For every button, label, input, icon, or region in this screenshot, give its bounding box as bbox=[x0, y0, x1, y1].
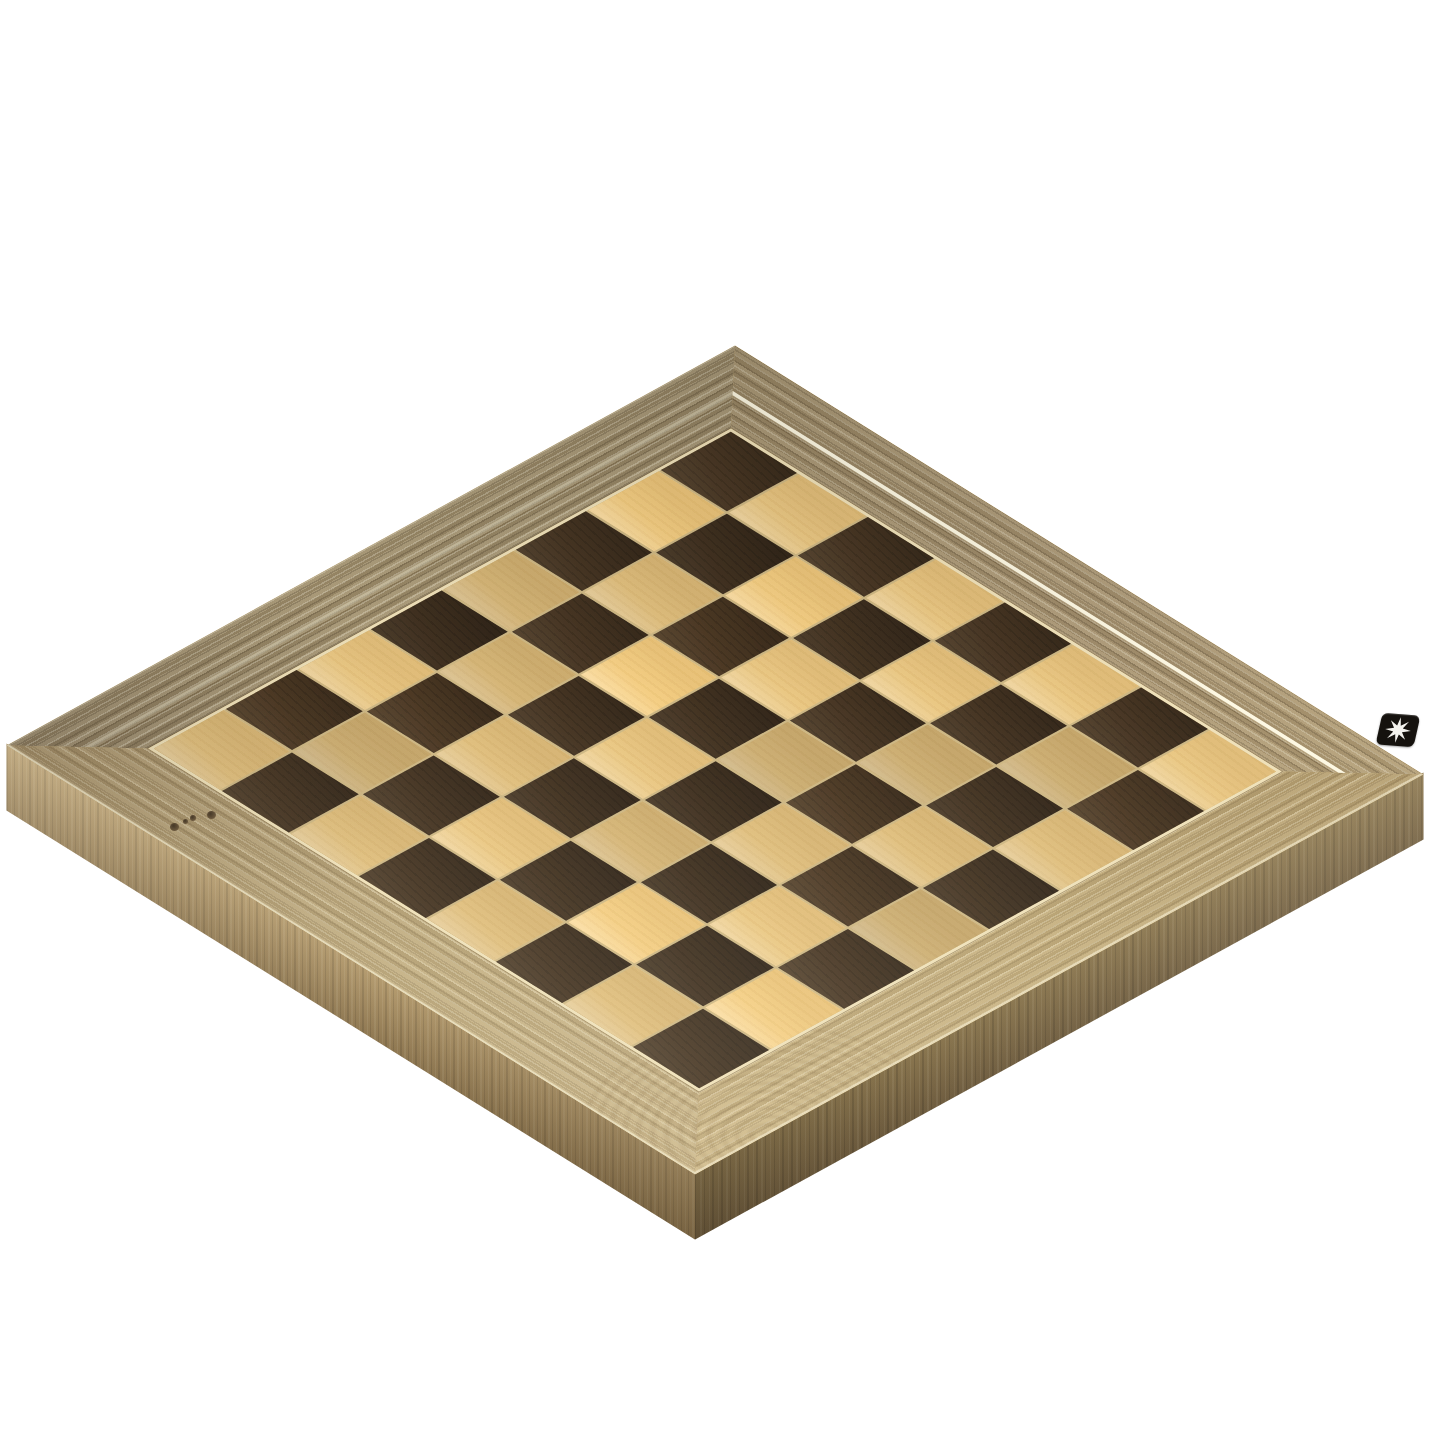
wood-knot-dot bbox=[183, 819, 188, 824]
product-photo bbox=[0, 0, 1448, 1448]
brand-logo-badge bbox=[1376, 713, 1421, 748]
wood-knot-dot bbox=[207, 811, 216, 819]
wood-knot-dot bbox=[170, 823, 179, 831]
wood-knot-dot bbox=[190, 815, 196, 821]
eagle-starburst-icon bbox=[1378, 715, 1418, 745]
board-top-surface bbox=[7, 346, 1424, 1175]
